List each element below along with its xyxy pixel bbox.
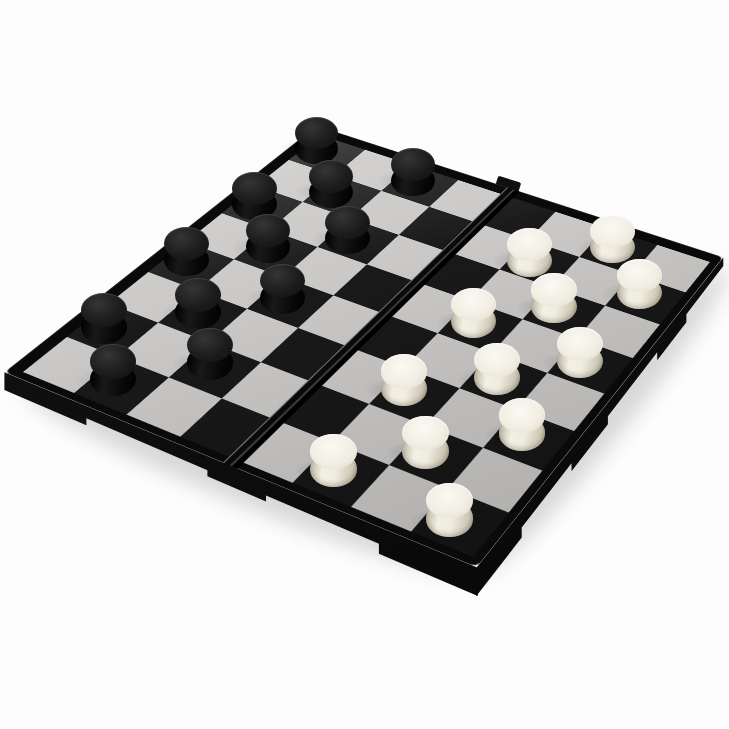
board-grid: [23, 135, 710, 557]
scene-caption: Angled photo of a black plastic folding …: [0, 0, 1, 1]
photo-scene: Angled photo of a black plastic folding …: [0, 0, 729, 729]
checkers-board: [23, 135, 710, 557]
